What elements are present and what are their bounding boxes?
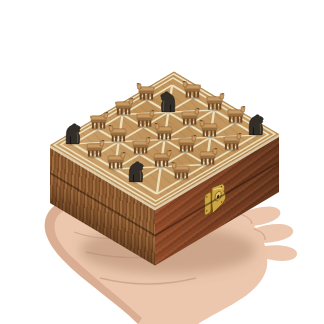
product-photo-scene <box>0 0 324 324</box>
goat-piece[interactable] <box>105 152 126 169</box>
tiger-piece[interactable] <box>64 123 82 144</box>
tiger-piece[interactable] <box>159 91 177 112</box>
goat-piece[interactable] <box>171 162 192 179</box>
goat-piece[interactable] <box>137 83 158 100</box>
tiger-piece[interactable] <box>127 161 145 182</box>
goat-piece[interactable] <box>154 123 175 140</box>
goat-piece[interactable] <box>200 120 221 137</box>
goat-piece[interactable] <box>204 93 225 110</box>
goat-piece[interactable] <box>221 133 242 150</box>
goat-piece[interactable] <box>108 125 129 142</box>
goat-piece[interactable] <box>150 150 171 167</box>
goat-piece[interactable] <box>196 148 217 165</box>
goat-piece[interactable] <box>179 108 200 125</box>
goat-piece[interactable] <box>183 81 204 98</box>
pieces-layer <box>0 0 324 324</box>
tiger-piece[interactable] <box>247 114 265 135</box>
goat-piece[interactable] <box>133 110 154 127</box>
goat-piece[interactable] <box>175 135 196 152</box>
goat-piece[interactable] <box>129 137 150 154</box>
goat-piece[interactable] <box>225 106 246 123</box>
goat-piece[interactable] <box>84 140 105 157</box>
goat-piece[interactable] <box>87 112 108 129</box>
goat-piece[interactable] <box>112 98 133 115</box>
